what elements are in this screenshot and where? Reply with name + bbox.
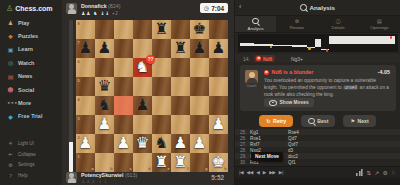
file-label: c xyxy=(129,167,131,171)
square-g1[interactable]: g xyxy=(190,153,209,172)
sidebar-item-label: Watch xyxy=(18,60,34,66)
action-buttons: ↻RetryBest⚑Next xyxy=(235,115,400,127)
top-player-clock: ◷ 7:04 xyxy=(200,3,228,13)
fast-back-icon[interactable]: ◀◀ xyxy=(247,170,253,175)
piece-white-queen[interactable]: ♛ xyxy=(133,134,152,153)
info-icon: ⓘ xyxy=(336,18,341,24)
square-b6[interactable] xyxy=(95,58,114,77)
square-g5[interactable] xyxy=(190,77,209,96)
button-label: Best xyxy=(317,118,328,124)
square-d5[interactable] xyxy=(133,77,152,96)
square-e7[interactable] xyxy=(152,39,171,58)
square-a3[interactable]: 3 xyxy=(76,115,95,134)
sidebar-item-learn[interactable]: ▣Learn xyxy=(0,43,62,56)
bottom-player-avatar[interactable] xyxy=(66,172,77,183)
panel-title: Analysis xyxy=(310,4,335,11)
top-player-avatar[interactable] xyxy=(66,3,77,14)
sidebar-item-label: Free Trial xyxy=(18,113,42,119)
first-move-icon[interactable]: |◀ xyxy=(239,170,243,175)
piece-black-knight[interactable]: ♞ xyxy=(95,96,114,115)
blunder-title: ✖ Nd6 is a blunder xyxy=(264,69,313,75)
next-button[interactable]: ⚑Next xyxy=(343,115,375,127)
square-f3[interactable] xyxy=(171,115,190,134)
white-move[interactable]: Rxe1 xyxy=(250,136,288,141)
file-label: a xyxy=(91,167,93,171)
sun-icon: ☀ xyxy=(7,140,14,146)
play-icon: ♟ xyxy=(7,19,14,26)
best-icon xyxy=(308,118,315,125)
square-f5[interactable] xyxy=(171,77,190,96)
square-h8[interactable] xyxy=(209,20,228,39)
piece-white-pawn[interactable]: ♟ xyxy=(76,134,95,153)
black-move[interactable]: d3 xyxy=(288,148,293,153)
fast-forward-icon[interactable]: ▶▶ xyxy=(269,170,275,175)
square-c8[interactable] xyxy=(114,20,133,39)
piece-white-rook[interactable]: ♜ xyxy=(152,153,171,172)
move-list-number: 26. xyxy=(235,136,250,141)
square-f6[interactable] xyxy=(171,58,190,77)
square-b1[interactable]: b xyxy=(95,153,114,172)
bottom-toolbar: |◀◀◀◀▶▶▶▶|⇅↗⚙♘ xyxy=(235,166,400,178)
tab-label: Details xyxy=(332,25,345,30)
sidebar-bottom-item-settings[interactable]: ⚙Settings xyxy=(0,159,62,170)
blunder-badge: ?? xyxy=(146,55,155,64)
chesscom-app: ♙ Chess.com ♟Play❖Puzzles▣Learn◎Watch▤Ne… xyxy=(0,0,400,185)
help-icon: ? xyxy=(7,173,14,179)
sidebar: ♙ Chess.com ♟Play❖Puzzles▣Learn◎Watch▤Ne… xyxy=(0,0,62,185)
stats-icon[interactable] xyxy=(356,169,363,176)
collapse-icon: ⇤ xyxy=(7,151,14,157)
social-icon: ☻ xyxy=(7,86,14,93)
top-player-captured-pieces: ♟♟ ♞ ♝♝+2 xyxy=(81,10,118,16)
square-f4[interactable] xyxy=(171,96,190,115)
sidebar-item-label: Help xyxy=(18,173,27,178)
retry-button[interactable]: ↻Retry xyxy=(259,115,293,127)
blunder-move-text: Nd6 xyxy=(263,56,272,62)
eval-graph[interactable] xyxy=(238,34,398,52)
evaluation-bar xyxy=(69,20,73,172)
tab-details[interactable]: ⓘDetails xyxy=(318,16,359,32)
square-h4[interactable] xyxy=(209,96,228,115)
back-icon[interactable]: ◀ xyxy=(256,170,259,175)
top-player-name[interactable]: Donnafick (824) xyxy=(81,3,120,9)
button-label: Retry xyxy=(273,118,286,124)
openings-icon: ▤ xyxy=(377,18,382,24)
button-label: Next xyxy=(357,118,368,124)
gear-icon: ⚙ xyxy=(7,162,14,168)
sidebar-item-label: Light UI xyxy=(18,141,34,146)
piece-black-pawn[interactable]: ♟ xyxy=(190,39,209,58)
sidebar-item-label: Collapse xyxy=(18,152,36,157)
piece-black-pawn[interactable]: ♟ xyxy=(95,39,114,58)
coach-comment-text: You overlooked an opportunity to capture… xyxy=(264,77,391,98)
current-move-row: 14. ✖ Nd6 Ng3+ xyxy=(235,54,400,63)
piece-black-queen[interactable]: ♛ xyxy=(95,77,114,96)
chesscom-pawn-icon: ♙ xyxy=(6,4,13,13)
bottom-player-clock: 5:52 xyxy=(207,172,228,182)
board-column: Donnafick (824) ♟♟ ♞ ♝♝+2 ◷ 7:04 8765432… xyxy=(62,0,234,185)
piece-white-king[interactable]: ♚ xyxy=(209,153,228,172)
more-icon: ••• xyxy=(7,99,14,106)
eval-graph-segment xyxy=(240,43,254,46)
file-label: d xyxy=(148,167,150,171)
square-f8[interactable] xyxy=(171,20,190,39)
chesscom-logo[interactable]: ♙ Chess.com xyxy=(0,0,62,16)
rank-label: 6 xyxy=(78,60,80,64)
white-move[interactable]: Rxf7 xyxy=(250,142,288,147)
bottom-player-rating: (613) xyxy=(125,172,137,178)
rank-label: 4 xyxy=(78,98,80,102)
square-h5[interactable] xyxy=(209,77,228,96)
tab-analysis[interactable]: Analysis xyxy=(235,16,276,32)
rank-label: 3 xyxy=(78,117,80,121)
move-list-number: 30. xyxy=(235,160,250,165)
sidebar-item-watch[interactable]: ◎Watch xyxy=(0,56,62,69)
highlight-c4 xyxy=(114,96,133,115)
eval-graph-segment xyxy=(315,39,321,47)
sidebar-nav: ♟Play❖Puzzles▣Learn◎Watch▤News☻Social•••… xyxy=(0,16,62,123)
sidebar-item-label: Puzzles xyxy=(18,33,38,39)
puzzles-icon: ❖ xyxy=(7,33,14,40)
panel-tabs: Analysis⚙ReviewⓘDetails▤Openings xyxy=(235,15,400,33)
bottom-strip xyxy=(235,178,400,185)
next-icon: ⚑ xyxy=(350,118,354,124)
piece-white-pawn[interactable]: ♟ xyxy=(190,134,209,153)
coach-comment-card: Coach ✖ Nd6 is a blunder -4.05 You overl… xyxy=(240,65,396,111)
white-move[interactable]: Kg1 xyxy=(250,130,288,135)
square-a4[interactable]: 4 xyxy=(76,96,95,115)
piece-black-pawn[interactable]: ♟ xyxy=(76,39,95,58)
sidebar-item-free-trial[interactable]: ◆Free Trial xyxy=(0,110,62,123)
piece-white-pawn[interactable]: ♟ xyxy=(114,134,133,153)
square-e4[interactable] xyxy=(152,96,171,115)
retry-icon: ↻ xyxy=(266,118,270,124)
sidebar-item-social[interactable]: ☻Social xyxy=(0,83,62,96)
sidebar-item-label: News xyxy=(18,73,32,79)
piece-white-pawn[interactable]: ♟ xyxy=(209,115,228,134)
sidebar-item-label: Learn xyxy=(18,46,33,52)
square-b2[interactable] xyxy=(95,134,114,153)
eval-graph-segment xyxy=(329,36,395,44)
piece-black-knight[interactable]: ♞ xyxy=(152,134,171,153)
learn-icon: ▣ xyxy=(7,46,14,53)
material-advantage: +2 xyxy=(112,11,118,16)
square-d1[interactable]: d xyxy=(133,153,152,172)
sidebar-item-news[interactable]: ▤News xyxy=(0,70,62,83)
square-e3[interactable] xyxy=(152,115,171,134)
sidebar-bottom-item-help[interactable]: ?Help xyxy=(0,170,62,181)
eval-graph-segment xyxy=(273,45,292,47)
analysis-panel: ‹ Analysis Analysis⚙ReviewⓘDetails▤Openi… xyxy=(234,0,400,185)
square-e6[interactable] xyxy=(152,58,171,77)
sidebar-bottom-item-light-ui[interactable]: ☀Light UI xyxy=(0,138,62,149)
evaluation-score: -4.05 xyxy=(378,69,390,75)
flip-board-icon[interactable]: ⇅ xyxy=(366,170,371,176)
tab-openings[interactable]: ▤Openings xyxy=(359,16,400,32)
square-c6[interactable] xyxy=(114,58,133,77)
blunder-icon: ✖ xyxy=(264,70,269,75)
engine-icon[interactable]: ♘ xyxy=(391,170,396,176)
file-label: g xyxy=(205,167,207,171)
square-c1[interactable]: c xyxy=(114,153,133,172)
share-icon[interactable]: ↗ xyxy=(375,170,380,176)
inline-term-pill[interactable]: unveil xyxy=(343,85,358,90)
best-button[interactable]: Best xyxy=(301,115,335,127)
sidebar-bottom-item-collapse[interactable]: ⇤Collapse xyxy=(0,149,62,160)
collapse-panel-icon[interactable]: ‹ xyxy=(239,3,241,10)
square-c3[interactable] xyxy=(114,115,133,134)
sidebar-item-label: Social xyxy=(18,87,34,93)
square-d3[interactable] xyxy=(133,115,152,134)
tab-label: Openings xyxy=(370,25,388,30)
sidebar-item-play[interactable]: ♟Play xyxy=(0,16,62,29)
black-move[interactable]: Qf1 xyxy=(288,160,296,165)
magnifier-icon xyxy=(300,4,307,11)
square-g6[interactable] xyxy=(190,58,209,77)
piece-black-rook[interactable]: ♜ xyxy=(171,39,190,58)
settings-icon[interactable]: ⚙ xyxy=(383,170,388,176)
sidebar-item-more[interactable]: •••More xyxy=(0,96,62,109)
piece-black-pawn[interactable]: ♟ xyxy=(133,96,152,115)
piece-white-pawn[interactable]: ♟ xyxy=(95,115,114,134)
next-move-tooltip: Next Move xyxy=(251,152,283,161)
evaluation-bar-white xyxy=(69,142,73,172)
logo-text: Chess.com xyxy=(15,5,52,12)
review-icon: ⚙ xyxy=(295,18,299,24)
sidebar-bottom-nav: ☀Light UI⇤Collapse⚙Settings?Help xyxy=(0,138,62,181)
black-move[interactable]: Rxe4 xyxy=(288,130,299,135)
square-g4[interactable] xyxy=(190,96,209,115)
black-move[interactable]: dxc2 xyxy=(288,154,298,159)
square-h2[interactable] xyxy=(209,134,228,153)
square-c5[interactable] xyxy=(114,77,133,96)
top-player-rating: (824) xyxy=(108,3,120,9)
move-list-number: 29. xyxy=(235,154,250,159)
bottom-clock-time: 5:52 xyxy=(211,174,224,181)
square-a5[interactable]: 5 xyxy=(76,77,95,96)
square-a1[interactable]: 1a xyxy=(76,153,95,172)
top-player-username: Donnafick xyxy=(81,3,107,9)
rank-label: 1 xyxy=(78,155,80,159)
watch-icon: ◎ xyxy=(7,59,14,66)
reply-move-text[interactable]: Ng3+ xyxy=(291,56,303,62)
square-b8[interactable] xyxy=(95,20,114,39)
forward-icon[interactable]: ▶ xyxy=(263,170,266,175)
square-d8[interactable] xyxy=(133,20,152,39)
sidebar-item-label: More xyxy=(18,100,31,106)
black-move[interactable]: Qd7 xyxy=(288,136,297,141)
square-a8[interactable]: 8 xyxy=(76,20,95,39)
clock-icon: ◷ xyxy=(204,5,209,11)
square-a6[interactable]: 6 xyxy=(76,58,95,77)
move-list-number: 27. xyxy=(235,142,250,147)
eval-graph-marker xyxy=(308,47,310,49)
chess-board[interactable]: 87654321abcdefgh♜♚♟♟♜♟♟♞♛♞♟♟♟♟♟♛♞♟♟♜♜♚?? xyxy=(76,20,228,172)
coach-avatar xyxy=(245,70,258,83)
rank-label: 5 xyxy=(78,79,80,83)
toolbar-right-icons: ⇅↗⚙♘ xyxy=(356,169,396,176)
diamond-icon: ◆ xyxy=(7,113,14,120)
piece-black-king[interactable]: ♚ xyxy=(190,20,209,39)
tab-label: Analysis xyxy=(248,26,264,31)
sidebar-item-puzzles[interactable]: ❖Puzzles xyxy=(0,29,62,42)
move-number: 14. xyxy=(243,56,250,62)
eval-graph-segment xyxy=(292,45,306,46)
move-list-number: 25. xyxy=(235,130,250,135)
file-label: b xyxy=(110,167,112,171)
magnifier-icon xyxy=(252,18,259,25)
sidebar-item-label: Settings xyxy=(18,162,35,167)
sidebar-item-label: Play xyxy=(18,20,29,26)
bottom-player-captured-pieces: ♟♟♟ ♝♝ xyxy=(81,178,108,184)
coach-caption: Coach xyxy=(245,84,258,88)
eye-icon xyxy=(269,100,277,106)
square-c7[interactable] xyxy=(114,39,133,58)
blunder-move-pill[interactable]: ✖ Nd6 xyxy=(254,55,275,62)
tab-label: Review xyxy=(290,25,304,30)
last-move-icon[interactable]: ▶| xyxy=(279,170,283,175)
square-e5[interactable] xyxy=(152,77,171,96)
piece-black-rook[interactable]: ♜ xyxy=(152,20,171,39)
move-list-number: 28. xyxy=(235,148,250,153)
piece-black-pawn[interactable]: ♟ xyxy=(209,39,228,58)
tab-review[interactable]: ⚙Review xyxy=(276,16,317,32)
square-g3[interactable] xyxy=(190,115,209,134)
panel-header: ‹ Analysis xyxy=(235,0,400,15)
black-move[interactable]: Qxf7 xyxy=(288,142,298,147)
top-clock-time: 7:04 xyxy=(211,5,224,12)
square-h6[interactable] xyxy=(209,58,228,77)
show-moves-button[interactable]: Show Moves xyxy=(264,98,314,107)
rank-label: 8 xyxy=(78,22,80,26)
blunder-icon: ✖ xyxy=(256,56,261,61)
piece-white-pawn[interactable]: ♟ xyxy=(171,134,190,153)
piece-white-rook[interactable]: ♜ xyxy=(171,153,190,172)
news-icon: ▤ xyxy=(7,73,14,80)
